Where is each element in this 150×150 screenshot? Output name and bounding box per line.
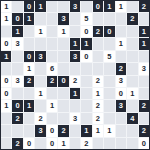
cell-r12c6[interactable]: 1 xyxy=(58,138,68,149)
cell-r8c3[interactable] xyxy=(24,88,34,99)
cell-r11c10[interactable]: 1 xyxy=(104,125,114,136)
cell-r3c13[interactable]: 1 xyxy=(139,26,149,37)
cell-r9c3[interactable]: 1 xyxy=(24,100,34,111)
cell-r2c6[interactable]: 3 xyxy=(58,13,68,24)
cell-r10c9[interactable]: 2 xyxy=(93,113,103,124)
cell-r3c10[interactable]: 0 xyxy=(104,26,114,37)
cell-r3c7[interactable] xyxy=(70,26,80,37)
cell-r6c1[interactable] xyxy=(1,63,11,74)
cell-r9c11[interactable]: 3 xyxy=(116,100,126,111)
cell-r12c11[interactable] xyxy=(116,138,126,149)
cell-r9c7[interactable] xyxy=(70,100,80,111)
cell-r9c12[interactable] xyxy=(127,100,137,111)
cell-r4c5[interactable] xyxy=(47,38,57,49)
cell-r7c1[interactable]: 0 xyxy=(1,76,11,87)
cell-r7c5[interactable]: 2 xyxy=(47,76,57,87)
cell-r11c7[interactable] xyxy=(70,125,80,136)
cell-r12c1[interactable] xyxy=(1,138,11,149)
cell-r1c5[interactable] xyxy=(47,1,57,12)
cell-r8c4[interactable]: 1 xyxy=(35,88,45,99)
cell-r1c10[interactable]: 1 xyxy=(104,1,114,12)
cell-r11c12[interactable] xyxy=(127,125,137,136)
cell-r8c13[interactable] xyxy=(139,88,149,99)
cell-r10c2[interactable]: 2 xyxy=(12,113,22,124)
cell-r6c7[interactable] xyxy=(70,63,80,74)
cell-r11c11[interactable] xyxy=(116,125,126,136)
cell-r10c13[interactable] xyxy=(139,113,149,124)
cell-r5c12[interactable] xyxy=(127,51,137,62)
cell-r8c8[interactable] xyxy=(81,88,91,99)
cell-r3c3[interactable] xyxy=(24,26,34,37)
cell-r9c2[interactable]: 0 xyxy=(12,100,22,111)
cell-r2c10[interactable] xyxy=(104,13,114,24)
cell-r2c13[interactable] xyxy=(139,13,149,24)
cell-r1c3[interactable]: 0 xyxy=(24,1,34,12)
cell-r8c10[interactable] xyxy=(104,88,114,99)
cell-r7c11[interactable]: 3 xyxy=(116,76,126,87)
cell-r3c2[interactable]: 1 xyxy=(12,26,22,37)
cell-r4c13[interactable]: 1 xyxy=(139,38,149,49)
cell-r8c9[interactable]: 1 xyxy=(93,88,103,99)
cell-r1c4[interactable]: 1 xyxy=(35,1,45,12)
cell-r1c2[interactable] xyxy=(12,1,22,12)
cell-r4c12[interactable] xyxy=(127,38,137,49)
cell-r2c12[interactable]: 2 xyxy=(127,13,137,24)
cell-r9c10[interactable] xyxy=(104,100,114,111)
cell-r4c2[interactable]: 3 xyxy=(12,38,22,49)
cell-r5c5[interactable] xyxy=(47,51,57,62)
cell-r7c12[interactable] xyxy=(127,76,137,87)
cell-r7c10[interactable] xyxy=(104,76,114,87)
cell-r11c3[interactable] xyxy=(24,125,34,136)
cell-r12c9[interactable] xyxy=(93,138,103,149)
cell-r11c13[interactable]: 2 xyxy=(139,125,149,136)
cell-r9c4[interactable] xyxy=(35,100,45,111)
cell-r10c5[interactable] xyxy=(47,113,57,124)
cell-r3c4[interactable]: 1 xyxy=(35,26,45,37)
cell-r10c8[interactable] xyxy=(81,113,91,124)
cell-r4c8[interactable]: 1 xyxy=(81,38,91,49)
cell-r1c7[interactable]: 3 xyxy=(70,1,80,12)
cell-r1c9[interactable]: 0 xyxy=(93,1,103,12)
cell-r1c12[interactable] xyxy=(127,1,137,12)
cell-r1c13[interactable]: 2 xyxy=(139,1,149,12)
cell-r6c6[interactable] xyxy=(58,63,68,74)
cell-r4c7[interactable]: 1 xyxy=(70,38,80,49)
cell-r5c10[interactable]: 5 xyxy=(104,51,114,62)
cell-r1c8[interactable] xyxy=(81,1,91,12)
cell-r2c1[interactable]: 1 xyxy=(1,13,11,24)
cell-r6c5[interactable]: 6 xyxy=(47,63,57,74)
cell-r5c1[interactable]: 1 xyxy=(1,51,11,62)
cell-r4c10[interactable] xyxy=(104,38,114,49)
cell-r6c2[interactable] xyxy=(12,63,22,74)
cell-r7c2[interactable]: 3 xyxy=(12,76,22,87)
cell-r12c5[interactable]: 0 xyxy=(47,138,57,149)
cell-r2c7[interactable] xyxy=(70,13,80,24)
cell-r1c6[interactable] xyxy=(58,1,68,12)
cell-r4c6[interactable] xyxy=(58,38,68,49)
cell-r6c3[interactable]: 1 xyxy=(24,63,34,74)
cell-r7c13[interactable] xyxy=(139,76,149,87)
cell-r5c6[interactable] xyxy=(58,51,68,62)
cell-r4c3[interactable] xyxy=(24,38,34,49)
cell-r8c2[interactable] xyxy=(12,88,22,99)
cell-r8c6[interactable] xyxy=(58,88,68,99)
cell-r11c5[interactable]: 0 xyxy=(47,125,57,136)
cell-r10c11[interactable] xyxy=(116,113,126,124)
cell-r9c5[interactable]: 1 xyxy=(47,100,57,111)
cell-r8c12[interactable]: 1 xyxy=(127,88,137,99)
cell-r9c6[interactable] xyxy=(58,100,68,111)
cell-r9c8[interactable] xyxy=(81,100,91,111)
cell-r3c9[interactable]: 2 xyxy=(93,26,103,37)
cell-r12c4[interactable] xyxy=(35,138,45,149)
cell-r10c1[interactable] xyxy=(1,113,11,124)
cell-r6c8[interactable] xyxy=(81,63,91,74)
cell-r6c13[interactable]: 3 xyxy=(139,63,149,74)
cell-r7c8[interactable] xyxy=(81,76,91,87)
cell-r5c9[interactable] xyxy=(93,51,103,62)
cell-r5c4[interactable]: 3 xyxy=(35,51,45,62)
cell-r10c7[interactable]: 3 xyxy=(70,113,80,124)
cell-r6c4[interactable] xyxy=(35,63,45,74)
cell-r10c12[interactable]: 4 xyxy=(127,113,137,124)
cell-r5c8[interactable]: 0 xyxy=(81,51,91,62)
puzzle-board: 1013011210135211102010311111033051623032… xyxy=(0,0,150,150)
cell-r10c6[interactable] xyxy=(58,113,68,124)
cell-r6c10[interactable] xyxy=(104,63,114,74)
cell-r5c3[interactable]: 0 xyxy=(24,51,34,62)
cell-r6c11[interactable]: 2 xyxy=(116,63,126,74)
cell-r1c11[interactable]: 1 xyxy=(116,1,126,12)
cell-r2c8[interactable]: 5 xyxy=(81,13,91,24)
cell-r5c11[interactable] xyxy=(116,51,126,62)
cell-r11c9[interactable]: 1 xyxy=(93,125,103,136)
cell-r12c12[interactable] xyxy=(127,138,137,149)
cell-r12c3[interactable]: 0 xyxy=(24,138,34,149)
cell-r8c1[interactable]: 0 xyxy=(1,88,11,99)
cell-r8c7[interactable]: 1 xyxy=(70,88,80,99)
cell-r9c13[interactable]: 2 xyxy=(139,100,149,111)
cell-r11c6[interactable]: 2 xyxy=(58,125,68,136)
cell-r12c8[interactable]: 2 xyxy=(81,138,91,149)
cell-r2c11[interactable] xyxy=(116,13,126,24)
cell-r5c7[interactable]: 3 xyxy=(70,51,80,62)
cell-r9c9[interactable]: 2 xyxy=(93,100,103,111)
cell-r5c13[interactable] xyxy=(139,51,149,62)
cell-r11c1[interactable] xyxy=(1,125,11,136)
cell-r9c1[interactable]: 1 xyxy=(1,100,11,111)
cell-r2c2[interactable]: 0 xyxy=(12,13,22,24)
cell-r7c7[interactable]: 2 xyxy=(70,76,80,87)
cell-r3c12[interactable] xyxy=(127,26,137,37)
cell-r12c13[interactable]: 0 xyxy=(139,138,149,149)
cell-r8c11[interactable]: 0 xyxy=(116,88,126,99)
cell-r5c2[interactable] xyxy=(12,51,22,62)
cell-r1c1[interactable]: 1 xyxy=(1,1,11,12)
cell-r2c4[interactable] xyxy=(35,13,45,24)
cell-r6c9[interactable] xyxy=(93,63,103,74)
cell-r12c2[interactable]: 2 xyxy=(12,138,22,149)
cell-r2c9[interactable] xyxy=(93,13,103,24)
cell-r3c11[interactable] xyxy=(116,26,126,37)
cell-r4c9[interactable] xyxy=(93,38,103,49)
cell-r12c10[interactable] xyxy=(104,138,114,149)
cell-r10c4[interactable]: 2 xyxy=(35,113,45,124)
cell-r7c4[interactable] xyxy=(35,76,45,87)
cell-r11c8[interactable]: 1 xyxy=(81,125,91,136)
cell-r7c9[interactable]: 2 xyxy=(93,76,103,87)
cell-r4c1[interactable]: 0 xyxy=(1,38,11,49)
cell-r11c2[interactable] xyxy=(12,125,22,136)
cell-r7c6[interactable]: 0 xyxy=(58,76,68,87)
cell-r3c5[interactable] xyxy=(47,26,57,37)
cell-r10c10[interactable] xyxy=(104,113,114,124)
cell-r12c7[interactable] xyxy=(70,138,80,149)
cell-r2c5[interactable] xyxy=(47,13,57,24)
cell-r3c1[interactable] xyxy=(1,26,11,37)
cell-r3c6[interactable]: 1 xyxy=(58,26,68,37)
cell-r11c4[interactable]: 3 xyxy=(35,125,45,136)
cell-r8c5[interactable] xyxy=(47,88,57,99)
cell-r6c12[interactable] xyxy=(127,63,137,74)
cell-r7c3[interactable]: 2 xyxy=(24,76,34,87)
cell-r3c8[interactable]: 0 xyxy=(81,26,91,37)
cell-r4c4[interactable] xyxy=(35,38,45,49)
cell-r10c3[interactable] xyxy=(24,113,34,124)
cell-r4c11[interactable]: 1 xyxy=(116,38,126,49)
cell-r2c3[interactable]: 1 xyxy=(24,13,34,24)
